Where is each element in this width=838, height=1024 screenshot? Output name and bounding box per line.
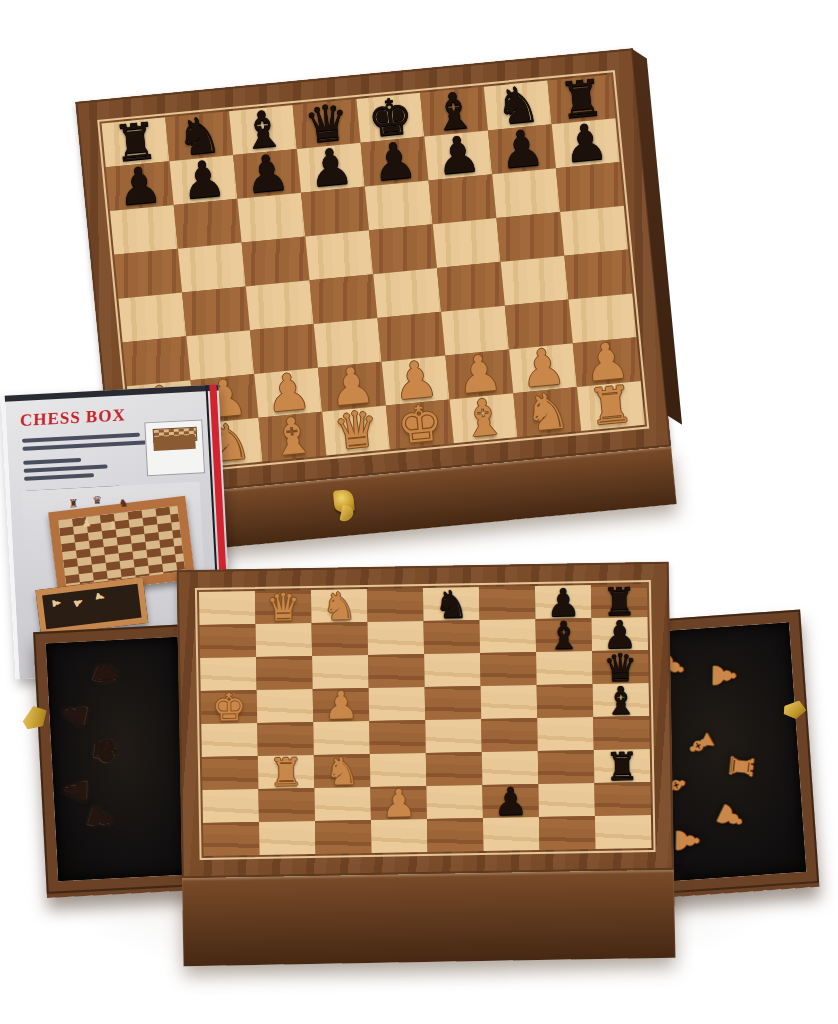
bottom-square-e5[interactable]	[425, 686, 482, 720]
bottom-square-c3[interactable]: ♞	[314, 754, 371, 788]
bottom-piece-black-bishop-h5[interactable]: ♝	[604, 681, 639, 720]
top-piece-black-pawn-b7[interactable]: ♟	[179, 153, 228, 207]
illegible-text-line	[23, 458, 81, 465]
bottom-piece-black-knight-e8[interactable]: ♞	[434, 585, 469, 624]
top-square-a6[interactable]	[110, 205, 178, 255]
bottom-square-g7[interactable]: ♝	[535, 618, 592, 652]
bottom-piece-black-pawn-f2[interactable]: ♟	[493, 782, 528, 821]
top-square-g5[interactable]	[496, 212, 564, 262]
top-piece-black-pawn-e7[interactable]: ♟	[370, 135, 419, 189]
bottom-square-b3[interactable]: ♜	[258, 755, 315, 789]
bottom-square-b6[interactable]	[256, 656, 313, 690]
bottom-piece-white-king-a5[interactable]: ♚	[212, 688, 247, 727]
bottom-square-e7[interactable]	[424, 620, 481, 654]
bottom-piece-black-bishop-g7[interactable]: ♝	[546, 616, 581, 655]
bottom-square-c7[interactable]	[312, 622, 369, 656]
bottom-square-h5[interactable]: ♝	[593, 683, 650, 717]
top-square-b4[interactable]	[182, 286, 250, 336]
top-square-g1[interactable]: ♞	[513, 387, 581, 437]
top-square-f7[interactable]: ♟	[424, 130, 492, 180]
bottom-square-f8[interactable]	[479, 586, 536, 620]
top-square-c7[interactable]: ♟	[233, 149, 301, 199]
bottom-box-front-face	[182, 870, 675, 967]
right-drawer-piece-pawn[interactable]: ♟	[671, 826, 702, 854]
bottom-square-f5[interactable]	[481, 685, 538, 719]
bottom-square-c8[interactable]: ♞	[311, 589, 368, 623]
top-square-b7[interactable]: ♟	[169, 155, 237, 205]
bottom-square-c2[interactable]	[314, 787, 371, 821]
bottom-square-h3[interactable]: ♜	[594, 749, 651, 783]
bottom-square-e8[interactable]: ♞	[423, 587, 480, 621]
box-art-mini-piece: ♟	[81, 517, 91, 529]
right-drawer-piece-rook[interactable]: ♜	[724, 751, 758, 782]
left-drawer-piece-pawn[interactable]: ♟	[82, 800, 120, 836]
bottom-square-a7[interactable]	[200, 624, 257, 658]
top-square-a4[interactable]	[118, 293, 186, 343]
bottom-square-c5[interactable]: ♟	[313, 688, 370, 722]
top-square-e7[interactable]: ♟	[361, 137, 429, 187]
bottom-square-g4[interactable]	[537, 717, 594, 751]
bottom-board-frame: ♛♞♞♟♜♝♟♛♚♟♝♜♞♜♟♟	[177, 562, 674, 879]
top-square-c5[interactable]	[242, 236, 310, 286]
bottom-square-h1[interactable]	[595, 815, 652, 849]
bottom-square-h2[interactable]	[594, 782, 651, 816]
top-square-e6[interactable]	[365, 180, 433, 230]
bottom-piece-white-rook-b3[interactable]: ♜	[269, 753, 304, 792]
illegible-text-line	[22, 440, 146, 450]
top-piece-black-pawn-g7[interactable]: ♟	[497, 122, 546, 176]
top-square-h6[interactable]	[556, 162, 624, 212]
bottom-square-f7[interactable]	[479, 619, 536, 653]
bottom-square-e6[interactable]	[424, 653, 481, 687]
bottom-square-d6[interactable]	[368, 654, 425, 688]
top-square-f4[interactable]	[437, 262, 505, 312]
top-square-a7[interactable]: ♟	[106, 161, 174, 211]
bottom-piece-white-knight-c3[interactable]: ♞	[325, 752, 360, 791]
bottom-square-f6[interactable]	[480, 652, 537, 686]
top-square-h4[interactable]	[564, 250, 632, 300]
top-square-g7[interactable]: ♟	[488, 124, 556, 174]
top-square-d4[interactable]	[310, 274, 378, 324]
product-photo-stage: ♜♞♝♛♚♝♞♜♟♟♟♟♟♟♟♟♟♟♟♟♟♟♟♟♜♞♝♛♚♝♞♜ CHESS B…	[0, 0, 838, 1024]
bottom-square-f1[interactable]	[483, 817, 540, 851]
bottom-square-g6[interactable]	[536, 651, 593, 685]
bottom-square-a5[interactable]: ♚	[201, 690, 258, 724]
bottom-square-b8[interactable]: ♛	[255, 590, 312, 624]
bottom-square-c1[interactable]	[315, 820, 372, 854]
top-square-h5[interactable]	[560, 206, 628, 256]
top-square-f6[interactable]	[428, 174, 496, 224]
top-piece-white-bishop-c1[interactable]: ♝	[268, 410, 317, 464]
top-piece-black-pawn-f7[interactable]: ♟	[434, 128, 483, 182]
box-art-mini-piece: ♛	[92, 495, 102, 507]
box-art-mini-piece: ♜	[68, 498, 78, 510]
top-piece-white-queen-d1[interactable]: ♛	[331, 403, 380, 457]
bottom-chess-box: ♛♞♞♟♜♝♟♛♚♟♝♜♞♜♟♟	[177, 562, 676, 967]
bottom-piece-white-pawn-c5[interactable]: ♟	[324, 686, 359, 725]
right-drawer-piece-bishop[interactable]: ♝	[681, 725, 722, 764]
bottom-square-a8[interactable]	[199, 591, 256, 625]
top-piece-white-king-e1[interactable]: ♚	[395, 397, 444, 451]
bottom-square-a2[interactable]	[202, 789, 259, 823]
bottom-square-d8[interactable]	[367, 588, 424, 622]
bottom-chess-board[interactable]: ♛♞♞♟♜♝♟♛♚♟♝♜♞♜♟♟	[199, 584, 652, 856]
top-square-c1[interactable]: ♝	[258, 412, 326, 462]
top-square-h1[interactable]: ♜	[577, 381, 645, 431]
box-art-title: CHESS BOX	[20, 405, 126, 431]
top-square-e1[interactable]: ♚	[386, 399, 454, 449]
top-piece-black-pawn-a7[interactable]: ♟	[115, 159, 164, 213]
top-box-brass-latch-icon[interactable]	[329, 489, 362, 526]
top-square-a5[interactable]	[114, 249, 182, 299]
bottom-square-a3[interactable]	[202, 756, 259, 790]
bottom-square-a1[interactable]	[203, 822, 260, 856]
top-piece-white-knight-g1[interactable]: ♞	[523, 385, 572, 439]
bottom-piece-white-pawn-d2[interactable]: ♟	[381, 784, 416, 823]
bottom-square-d1[interactable]	[371, 819, 428, 853]
top-square-d6[interactable]	[301, 187, 369, 237]
box-art-mini-piece: ♝	[107, 520, 117, 532]
right-drawer-piece-pawn[interactable]: ♟	[710, 798, 750, 837]
bottom-square-e3[interactable]	[426, 752, 483, 786]
bottom-square-d5[interactable]	[369, 687, 426, 721]
top-square-d1[interactable]: ♛	[322, 406, 390, 456]
right-drawer-piece-pawn[interactable]: ♟	[708, 661, 739, 689]
bottom-square-e2[interactable]	[426, 785, 483, 819]
left-drawer-piece-king[interactable]: ♚	[88, 736, 122, 767]
bottom-square-f4[interactable]	[481, 718, 538, 752]
top-piece-white-bishop-f1[interactable]: ♝	[459, 391, 508, 445]
bottom-square-d4[interactable]	[369, 720, 426, 754]
top-square-f5[interactable]	[433, 218, 501, 268]
bottom-square-b5[interactable]	[257, 689, 314, 723]
box-art-inset-photo	[144, 419, 205, 476]
bottom-square-g1[interactable]	[539, 816, 596, 850]
bottom-square-d7[interactable]	[368, 621, 425, 655]
top-square-e5[interactable]	[369, 224, 437, 274]
bottom-square-b2[interactable]	[258, 788, 315, 822]
bottom-square-g3[interactable]	[538, 750, 595, 784]
box-art-mini-piece: ♞	[118, 497, 128, 509]
top-piece-black-pawn-d7[interactable]: ♟	[306, 141, 355, 195]
bottom-square-e4[interactable]	[425, 719, 482, 753]
top-square-g6[interactable]	[492, 168, 560, 218]
top-square-f1[interactable]: ♝	[450, 393, 518, 443]
bottom-piece-white-knight-c8[interactable]: ♞	[322, 587, 357, 626]
top-square-h7[interactable]: ♟	[552, 118, 620, 168]
bottom-square-d2[interactable]: ♟	[370, 786, 427, 820]
top-piece-white-rook-h1[interactable]: ♜	[586, 379, 635, 433]
bottom-square-a4[interactable]	[201, 723, 258, 757]
top-square-c6[interactable]	[237, 193, 305, 243]
bottom-square-g5[interactable]	[537, 684, 594, 718]
bottom-piece-white-queen-b8[interactable]: ♛	[266, 588, 301, 627]
bottom-piece-black-rook-h3[interactable]: ♜	[605, 747, 640, 786]
top-square-d7[interactable]: ♟	[297, 143, 365, 193]
top-square-d5[interactable]	[305, 230, 373, 280]
top-square-b5[interactable]	[178, 243, 246, 293]
top-square-c4[interactable]	[246, 280, 314, 330]
top-square-b6[interactable]	[174, 199, 242, 249]
bottom-square-g2[interactable]	[538, 783, 595, 817]
top-piece-black-pawn-h7[interactable]: ♟	[561, 116, 610, 170]
illegible-text-line	[24, 473, 94, 481]
top-piece-black-pawn-c7[interactable]: ♟	[242, 147, 291, 201]
top-square-e4[interactable]	[373, 268, 441, 318]
left-drawer-piece-pawn[interactable]: ♟	[59, 777, 91, 806]
bottom-square-e1[interactable]	[427, 818, 484, 852]
bottom-square-b7[interactable]	[256, 623, 313, 657]
illegible-text-line	[24, 464, 108, 472]
top-square-g4[interactable]	[501, 256, 569, 306]
left-drawer-piece-knight[interactable]: ♞	[87, 656, 126, 693]
left-drawer-piece-pawn[interactable]: ♟	[56, 698, 92, 732]
bottom-square-f2[interactable]: ♟	[482, 784, 539, 818]
bottom-square-b1[interactable]	[259, 821, 316, 855]
